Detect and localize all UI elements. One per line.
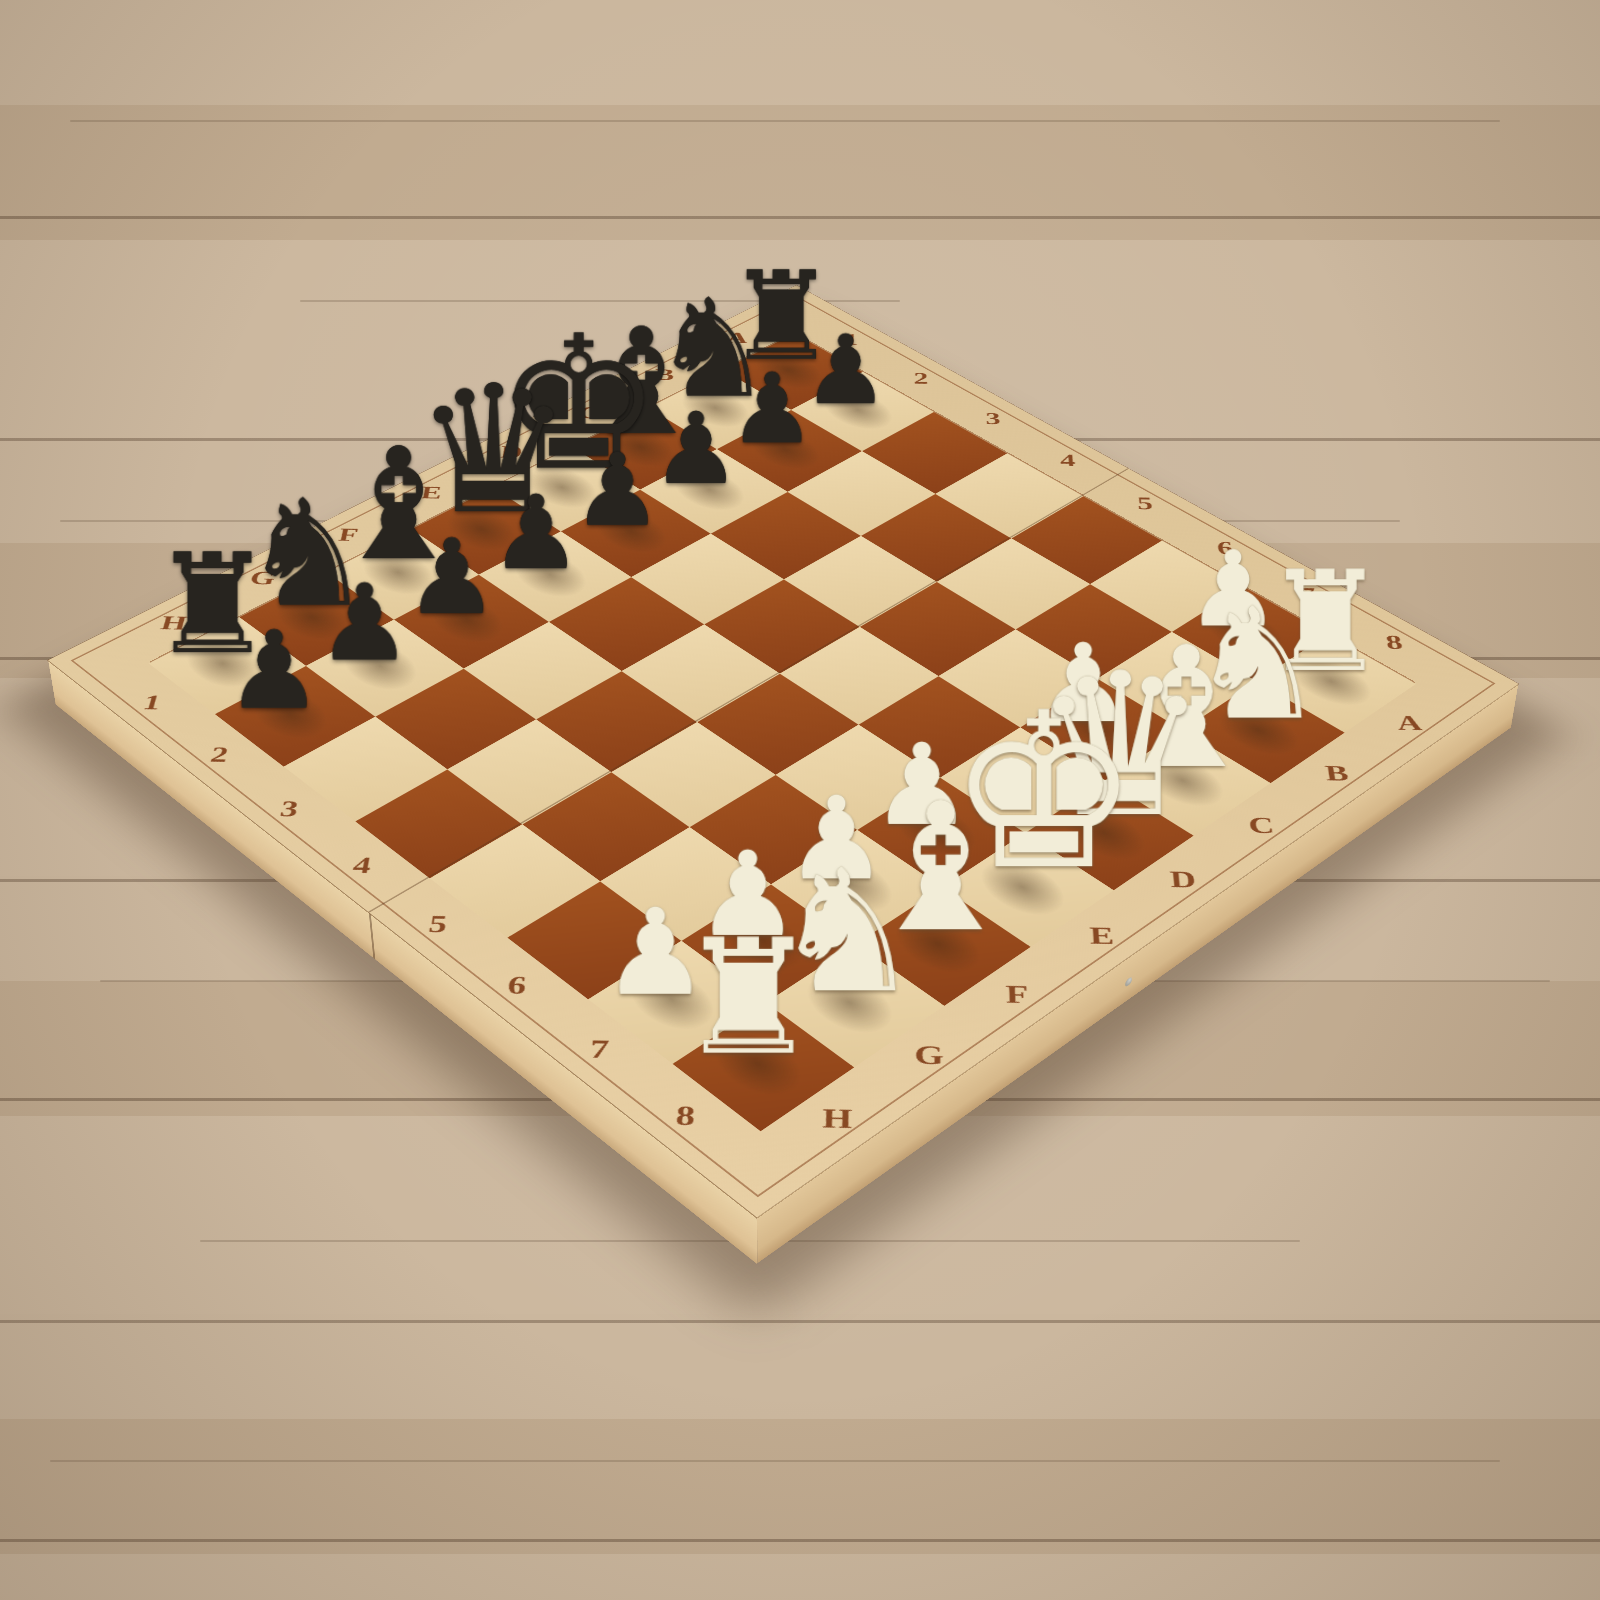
white-rook-glyph: ♜: [677, 919, 806, 1078]
board-frame: ♜♞♝♚♛♝♞♜♟♟♟♟♟♟♟♟♟♟♟♟♟♟♜♞♝♛♚♝♞♜ ABCDEFGHA…: [48, 285, 1518, 1217]
pieces-layer: ♜♞♝♚♛♝♞♜♟♟♟♟♟♟♟♟♟♟♟♟♟♟♜♞♝♛♚♝♞♜: [149, 332, 1416, 1129]
fold-seam-side-notch: [369, 913, 375, 960]
file-label-far-C: C: [568, 401, 610, 424]
file-label-far-B: B: [644, 364, 685, 386]
rank-label-right-3: 3: [973, 407, 1014, 430]
black-pawn-glyph: ♟: [217, 617, 331, 725]
chess-board[interactable]: ♜♞♝♚♛♝♞♜♟♟♟♟♟♟♟♟♟♟♟♟♟♟♜♞♝♛♚♝♞♜ ABCDEFGHA…: [48, 285, 1518, 1217]
rank-label-right-4: 4: [1047, 449, 1089, 473]
file-label-far-E: E: [409, 481, 454, 505]
rank-label-right-6: 6: [1202, 535, 1247, 560]
file-label-far-A: A: [717, 327, 757, 348]
rank-label-right-5: 5: [1123, 491, 1167, 515]
file-label-far-D: D: [490, 440, 534, 463]
rank-label-right-2: 2: [901, 367, 940, 389]
hinge-screw: [1125, 976, 1132, 988]
rank-label-right-1: 1: [831, 329, 870, 350]
file-label-far-F: F: [325, 522, 372, 547]
scene: ♜♞♝♚♛♝♞♜♟♟♟♟♟♟♟♟♟♟♟♟♟♟♜♞♝♛♚♝♞♜ ABCDEFGHA…: [0, 0, 1600, 1600]
